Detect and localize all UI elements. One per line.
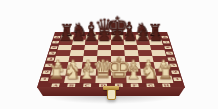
square-f7: ♟ [124,40,137,45]
square-f1: ♝ [126,76,142,83]
brass-clasp-pendant [107,89,116,100]
chess-set-photo: ABCDEFGH8♜♞♝♛♚♝♞♜87♟♟♟♟♟♟♟♟7665544332♟♟♟… [0,0,218,109]
square-h1: ♜ [156,76,173,83]
white-knight: ♞ [141,62,159,82]
square-d7: ♟ [98,40,111,45]
square-e7: ♟ [111,40,124,45]
white-rook: ♜ [48,64,64,82]
black-pawn: ♟ [149,28,163,44]
white-rook: ♜ [158,64,174,82]
square-g7: ♟ [136,40,150,45]
square-h7: ♟ [149,40,163,45]
chess-board: ABCDEFGH8♜♞♝♛♚♝♞♜87♟♟♟♟♟♟♟♟7665544332♟♟♟… [37,32,185,88]
square-g1: ♞ [141,76,158,83]
